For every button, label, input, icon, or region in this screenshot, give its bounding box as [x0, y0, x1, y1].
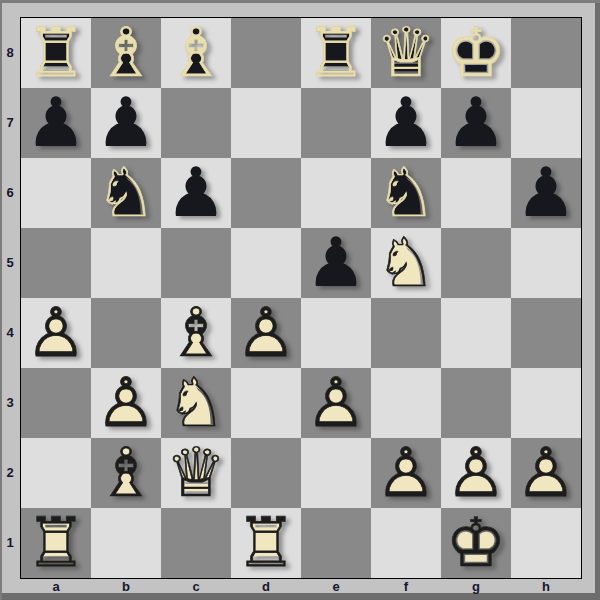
square-e3[interactable]: ♟♙: [301, 368, 371, 438]
square-d1[interactable]: ♜♖: [231, 508, 301, 578]
square-b6[interactable]: ♞♘: [91, 158, 161, 228]
square-c2[interactable]: ♛♕: [161, 438, 231, 508]
white-pawn-outline-icon: ♙: [91, 368, 161, 438]
rank-label-5: 5: [0, 227, 20, 297]
piece-black-rook-e8[interactable]: ♜♖: [301, 18, 371, 88]
black-pawn-icon: ♟: [21, 88, 91, 158]
white-pawn-outline-icon: ♙: [441, 438, 511, 508]
piece-black-pawn-c6[interactable]: ♟: [161, 158, 231, 228]
black-pawn-icon: ♟: [91, 88, 161, 158]
square-g8[interactable]: ♚♔: [441, 18, 511, 88]
rank-label-7: 7: [0, 87, 20, 157]
square-c3[interactable]: ♞♘: [161, 368, 231, 438]
rank-labels: 87654321: [0, 17, 20, 577]
piece-black-pawn-g7[interactable]: ♟: [441, 88, 511, 158]
black-knight-outline-icon: ♘: [371, 158, 441, 228]
black-pawn-icon: ♟: [301, 228, 371, 298]
piece-white-bishop-c4[interactable]: ♝♗: [161, 298, 231, 368]
square-f6[interactable]: ♞♘: [371, 158, 441, 228]
square-g2[interactable]: ♟♙: [441, 438, 511, 508]
square-d6[interactable]: [231, 158, 301, 228]
square-b3[interactable]: ♟♙: [91, 368, 161, 438]
square-g3[interactable]: [441, 368, 511, 438]
white-king-outline-icon: ♔: [441, 508, 511, 578]
black-pawn-icon: ♟: [161, 158, 231, 228]
black-pawn-icon: ♟: [511, 158, 581, 228]
square-e6[interactable]: [301, 158, 371, 228]
square-a6[interactable]: [21, 158, 91, 228]
square-a7[interactable]: ♟: [21, 88, 91, 158]
square-a3[interactable]: [21, 368, 91, 438]
frame-bevel-bottom: [2, 593, 600, 600]
square-c6[interactable]: ♟: [161, 158, 231, 228]
square-c5[interactable]: [161, 228, 231, 298]
piece-white-pawn-e3[interactable]: ♟♙: [301, 368, 371, 438]
rank-label-6: 6: [0, 157, 20, 227]
square-e5[interactable]: ♟: [301, 228, 371, 298]
square-a2[interactable]: [21, 438, 91, 508]
piece-white-pawn-g2[interactable]: ♟♙: [441, 438, 511, 508]
black-bishop-outline-icon: ♗: [91, 18, 161, 88]
square-c4[interactable]: ♝♗: [161, 298, 231, 368]
square-a1[interactable]: ♜♖: [21, 508, 91, 578]
file-labels: abcdefgh: [21, 579, 581, 594]
piece-black-pawn-e5[interactable]: ♟: [301, 228, 371, 298]
piece-black-pawn-f7[interactable]: ♟: [371, 88, 441, 158]
square-e7[interactable]: [301, 88, 371, 158]
square-e8[interactable]: ♜♖: [301, 18, 371, 88]
square-f4[interactable]: [371, 298, 441, 368]
file-label-b: b: [91, 579, 161, 594]
square-e4[interactable]: [301, 298, 371, 368]
black-king-outline-icon: ♔: [441, 18, 511, 88]
square-e1[interactable]: [301, 508, 371, 578]
square-d8[interactable]: [231, 18, 301, 88]
square-b7[interactable]: ♟: [91, 88, 161, 158]
square-f8[interactable]: ♛♕: [371, 18, 441, 88]
square-g1[interactable]: ♚♔: [441, 508, 511, 578]
black-rook-outline-icon: ♖: [21, 18, 91, 88]
piece-black-king-g8[interactable]: ♚♔: [441, 18, 511, 88]
square-g4[interactable]: [441, 298, 511, 368]
white-rook-outline-icon: ♖: [231, 508, 301, 578]
white-pawn-outline-icon: ♙: [231, 298, 301, 368]
square-h8[interactable]: [511, 18, 581, 88]
square-h5[interactable]: [511, 228, 581, 298]
file-label-c: c: [161, 579, 231, 594]
white-bishop-outline-icon: ♗: [91, 438, 161, 508]
square-g7[interactable]: ♟: [441, 88, 511, 158]
square-h6[interactable]: ♟: [511, 158, 581, 228]
square-a4[interactable]: ♟♙: [21, 298, 91, 368]
file-label-h: h: [511, 579, 581, 594]
file-label-g: g: [441, 579, 511, 594]
board: ♜♖♝♗♝♗♜♖♛♕♚♔♟♟♟♟♞♘♟♞♘♟♟♞♘♟♙♝♗♟♙♟♙♞♘♟♙♝♗♛…: [20, 17, 582, 579]
square-g5[interactable]: [441, 228, 511, 298]
file-label-a: a: [21, 579, 91, 594]
piece-white-rook-d1[interactable]: ♜♖: [231, 508, 301, 578]
piece-black-knight-b6[interactable]: ♞♘: [91, 158, 161, 228]
piece-white-pawn-f2[interactable]: ♟♙: [371, 438, 441, 508]
black-knight-outline-icon: ♘: [91, 158, 161, 228]
rank-label-1: 1: [0, 507, 20, 577]
piece-white-rook-a1[interactable]: ♜♖: [21, 508, 91, 578]
square-b4[interactable]: [91, 298, 161, 368]
piece-black-knight-f6[interactable]: ♞♘: [371, 158, 441, 228]
rank-label-2: 2: [0, 437, 20, 507]
piece-black-pawn-h6[interactable]: ♟: [511, 158, 581, 228]
white-pawn-outline-icon: ♙: [511, 438, 581, 508]
piece-white-pawn-a4[interactable]: ♟♙: [21, 298, 91, 368]
square-d5[interactable]: [231, 228, 301, 298]
square-d4[interactable]: ♟♙: [231, 298, 301, 368]
square-h1[interactable]: [511, 508, 581, 578]
piece-black-bishop-c8[interactable]: ♝♗: [161, 18, 231, 88]
piece-black-bishop-b8[interactable]: ♝♗: [91, 18, 161, 88]
frame-bevel-top: [0, 0, 600, 3]
square-b5[interactable]: [91, 228, 161, 298]
white-bishop-outline-icon: ♗: [161, 298, 231, 368]
black-queen-outline-icon: ♕: [371, 18, 441, 88]
square-f7[interactable]: ♟: [371, 88, 441, 158]
square-c7[interactable]: [161, 88, 231, 158]
piece-white-knight-c3[interactable]: ♞♘: [161, 368, 231, 438]
file-label-d: d: [231, 579, 301, 594]
white-knight-outline-icon: ♘: [161, 368, 231, 438]
square-c1[interactable]: [161, 508, 231, 578]
square-e2[interactable]: [301, 438, 371, 508]
square-f2[interactable]: ♟♙: [371, 438, 441, 508]
file-label-f: f: [371, 579, 441, 594]
square-c8[interactable]: ♝♗: [161, 18, 231, 88]
square-b8[interactable]: ♝♗: [91, 18, 161, 88]
square-a8[interactable]: ♜♖: [21, 18, 91, 88]
piece-black-queen-f8[interactable]: ♛♕: [371, 18, 441, 88]
square-h4[interactable]: [511, 298, 581, 368]
white-rook-outline-icon: ♖: [21, 508, 91, 578]
square-h3[interactable]: [511, 368, 581, 438]
square-d7[interactable]: [231, 88, 301, 158]
piece-black-pawn-b7[interactable]: ♟: [91, 88, 161, 158]
black-pawn-icon: ♟: [371, 88, 441, 158]
black-bishop-outline-icon: ♗: [161, 18, 231, 88]
square-h2[interactable]: ♟♙: [511, 438, 581, 508]
white-pawn-outline-icon: ♙: [371, 438, 441, 508]
white-knight-outline-icon: ♘: [371, 228, 441, 298]
rank-label-3: 3: [0, 367, 20, 437]
rank-label-4: 4: [0, 297, 20, 367]
piece-black-rook-a8[interactable]: ♜♖: [21, 18, 91, 88]
piece-white-pawn-d4[interactable]: ♟♙: [231, 298, 301, 368]
black-rook-outline-icon: ♖: [301, 18, 371, 88]
file-label-e: e: [301, 579, 371, 594]
square-a5[interactable]: [21, 228, 91, 298]
square-b2[interactable]: ♝♗: [91, 438, 161, 508]
square-g6[interactable]: [441, 158, 511, 228]
chess-diagram: 87654321 ♜♖♝♗♝♗♜♖♛♕♚♔♟♟♟♟♞♘♟♞♘♟♟♞♘♟♙♝♗♟♙…: [0, 0, 600, 600]
square-b1[interactable]: [91, 508, 161, 578]
piece-black-pawn-a7[interactable]: ♟: [21, 88, 91, 158]
piece-white-king-g1[interactable]: ♚♔: [441, 508, 511, 578]
piece-white-bishop-b2[interactable]: ♝♗: [91, 438, 161, 508]
square-f1[interactable]: [371, 508, 441, 578]
square-f5[interactable]: ♞♘: [371, 228, 441, 298]
piece-white-knight-f5[interactable]: ♞♘: [371, 228, 441, 298]
black-pawn-icon: ♟: [441, 88, 511, 158]
square-d2[interactable]: [231, 438, 301, 508]
square-f3[interactable]: [371, 368, 441, 438]
piece-white-pawn-h2[interactable]: ♟♙: [511, 438, 581, 508]
white-pawn-outline-icon: ♙: [301, 368, 371, 438]
piece-white-pawn-b3[interactable]: ♟♙: [91, 368, 161, 438]
frame-bevel-right: [595, 3, 600, 600]
white-queen-outline-icon: ♕: [161, 438, 231, 508]
square-d3[interactable]: [231, 368, 301, 438]
piece-white-queen-c2[interactable]: ♛♕: [161, 438, 231, 508]
rank-label-8: 8: [0, 17, 20, 87]
square-h7[interactable]: [511, 88, 581, 158]
white-pawn-outline-icon: ♙: [21, 298, 91, 368]
